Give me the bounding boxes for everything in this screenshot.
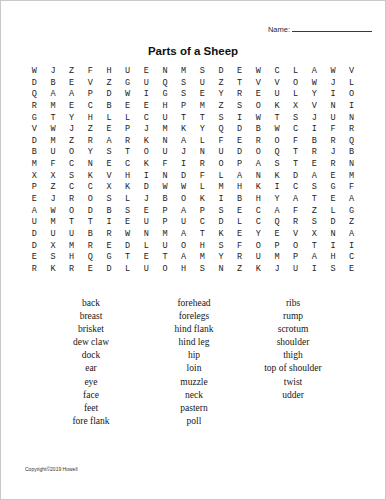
grid-cell: E [137, 101, 156, 113]
grid-cell: S [305, 182, 324, 194]
grid-cell: U [324, 113, 343, 125]
grid-cell: H [230, 182, 249, 194]
grid-cell: P [193, 206, 212, 218]
grid-cell: F [324, 124, 343, 136]
grid-cell: C [286, 182, 305, 194]
grid-cell: F [156, 159, 175, 171]
grid-cell: Z [44, 182, 63, 194]
grid-cell: W [249, 66, 268, 78]
grid-cell: K [81, 171, 100, 183]
grid-cell: A [268, 206, 287, 218]
grid-cell: A [174, 206, 193, 218]
grid-cell: W [118, 89, 137, 101]
grid-cell: X [100, 182, 119, 194]
grid-cell: I [342, 241, 361, 253]
grid-cell: D [286, 171, 305, 183]
grid-cell: D [230, 147, 249, 159]
grid-cell: U [118, 66, 137, 78]
grid-cell: N [81, 159, 100, 171]
grid-cell: I [137, 89, 156, 101]
grid-cell: J [44, 194, 63, 206]
grid-cell: M [62, 241, 81, 253]
grid-cell: F [286, 206, 305, 218]
grid-cell: M [193, 101, 212, 113]
grid-cell: O [137, 147, 156, 159]
grid-cell: J [137, 194, 156, 206]
grid-cell: T [62, 217, 81, 229]
grid-cell: J [44, 66, 63, 78]
grid-cell: D [25, 229, 44, 241]
grid-cell: T [118, 252, 137, 264]
grid-cell: O [249, 101, 268, 113]
grid-cell: R [81, 136, 100, 148]
grid-cell: W [44, 206, 63, 218]
grid-cell: Z [342, 217, 361, 229]
grid-cell: K [118, 182, 137, 194]
grid-cell: T [118, 147, 137, 159]
grid-cell: F [212, 136, 231, 148]
grid-cell: J [324, 78, 343, 90]
grid-cell: T [305, 194, 324, 206]
grid-cell: X [286, 101, 305, 113]
word-item: poll [134, 415, 254, 428]
grid-cell: D [25, 241, 44, 253]
grid-cell: H [324, 252, 343, 264]
grid-cell: K [268, 171, 287, 183]
worksheet-page: Name: Parts of a Sheep WJZFHUENMSDEWCLAW… [0, 0, 386, 500]
grid-cell: O [249, 241, 268, 253]
grid-cell: A [230, 171, 249, 183]
grid-cell: C [268, 66, 287, 78]
word-item: thigh [233, 349, 353, 362]
grid-cell: S [268, 159, 287, 171]
grid-cell: D [81, 206, 100, 218]
grid-cell: L [118, 264, 137, 276]
grid-cell: N [324, 101, 343, 113]
grid-cell: V [342, 66, 361, 78]
word-column-3: ribsrumpscrotumshoulderthightop of shoul… [233, 297, 353, 402]
grid-cell: C [81, 101, 100, 113]
grid-cell: B [81, 229, 100, 241]
grid-cell: C [286, 124, 305, 136]
grid-cell: N [156, 66, 175, 78]
grid-cell: H [193, 241, 212, 253]
grid-cell: E [100, 159, 119, 171]
grid-cell: R [25, 264, 44, 276]
grid-cell: D [324, 217, 343, 229]
grid-cell: E [25, 252, 44, 264]
word-item: pastern [134, 402, 254, 415]
grid-cell: Y [212, 252, 231, 264]
word-item: feet [31, 402, 151, 415]
grid-cell: O [212, 159, 231, 171]
grid-cell: T [44, 113, 63, 125]
grid-cell: T [81, 217, 100, 229]
grid-cell: O [249, 147, 268, 159]
grid-cell: R [118, 136, 137, 148]
grid-cell: N [156, 171, 175, 183]
grid-cell: O [62, 206, 81, 218]
grid-cell: A [305, 66, 324, 78]
grid-cell: J [137, 124, 156, 136]
grid-cell: G [324, 182, 343, 194]
grid-cell: N [342, 113, 361, 125]
grid-cell: J [324, 147, 343, 159]
grid-cell: Z [62, 66, 81, 78]
grid-cell: G [118, 78, 137, 90]
grid-cell: I [342, 101, 361, 113]
grid-cell: L [230, 217, 249, 229]
grid-cell: E [118, 101, 137, 113]
grid-cell: E [81, 264, 100, 276]
grid-cell: Y [193, 124, 212, 136]
grid-cell: E [230, 66, 249, 78]
name-label: Name: [268, 25, 290, 34]
grid-cell: E [193, 89, 212, 101]
grid-cell: Q [268, 217, 287, 229]
grid-cell: T [193, 113, 212, 125]
grid-cell: O [174, 241, 193, 253]
grid-cell: C [193, 217, 212, 229]
grid-cell: W [156, 182, 175, 194]
grid-cell: F [44, 159, 63, 171]
grid-cell: D [25, 136, 44, 148]
grid-cell: F [342, 182, 361, 194]
grid-cell: O [156, 264, 175, 276]
grid-cell: E [25, 194, 44, 206]
grid-cell: P [156, 217, 175, 229]
grid-cell: M [174, 66, 193, 78]
grid-cell: P [25, 182, 44, 194]
grid-cell: K [193, 194, 212, 206]
grid-cell: T [286, 159, 305, 171]
grid-cell: V [268, 78, 287, 90]
grid-cell: L [286, 89, 305, 101]
grid-cell: O [62, 147, 81, 159]
grid-cell: P [174, 101, 193, 113]
grid-cell: S [212, 241, 231, 253]
word-item: ribs [233, 297, 353, 310]
grid-cell: P [230, 159, 249, 171]
grid-cell: P [156, 206, 175, 218]
grid-cell: A [100, 136, 119, 148]
grid-cell: M [156, 124, 175, 136]
grid-cell: I [137, 171, 156, 183]
word-item: breast [31, 310, 151, 323]
grid-cell: N [156, 136, 175, 148]
grid-cell: L [137, 241, 156, 253]
grid-cell: S [174, 89, 193, 101]
grid-cell: U [286, 264, 305, 276]
grid-cell: B [100, 206, 119, 218]
grid-cell: G [342, 206, 361, 218]
grid-cell: B [249, 124, 268, 136]
grid-cell: Y [268, 194, 287, 206]
grid-cell: U [44, 147, 63, 159]
grid-cell: S [44, 252, 63, 264]
word-item: dew claw [31, 336, 151, 349]
grid-cell: X [44, 171, 63, 183]
grid-cell: N [137, 229, 156, 241]
word-item: fore flank [31, 415, 151, 428]
grid-cell: L [118, 113, 137, 125]
grid-cell: N [193, 147, 212, 159]
grid-cell: Q [81, 252, 100, 264]
grid-cell: N [212, 264, 231, 276]
grid-cell: I [305, 124, 324, 136]
grid-cell: C [118, 159, 137, 171]
grid-cell: O [81, 194, 100, 206]
grid-cell: S [193, 264, 212, 276]
grid-cell: U [249, 252, 268, 264]
grid-cell: J [268, 264, 287, 276]
grid-cell: U [44, 229, 63, 241]
grid-cell: A [174, 252, 193, 264]
grid-cell: O [286, 78, 305, 90]
word-item: top of shoulder [233, 362, 353, 375]
grid-cell: K [249, 264, 268, 276]
grid-cell: O [174, 194, 193, 206]
grid-cell: W [118, 229, 137, 241]
grid-cell: R [25, 101, 44, 113]
word-item: brisket [31, 323, 151, 336]
name-field: Name: [268, 24, 372, 34]
grid-cell: C [249, 217, 268, 229]
grid-cell: I [305, 264, 324, 276]
grid-cell: W [25, 66, 44, 78]
grid-cell: T [230, 78, 249, 90]
grid-cell: B [342, 147, 361, 159]
grid-cell: R [324, 159, 343, 171]
grid-cell: F [81, 66, 100, 78]
grid-cell: E [137, 206, 156, 218]
grid-cell: D [137, 182, 156, 194]
grid-cell: H [81, 113, 100, 125]
grid-cell: B [230, 194, 249, 206]
grid-cell: H [174, 264, 193, 276]
grid-cell: N [342, 159, 361, 171]
grid-cell: S [100, 194, 119, 206]
grid-cell: K [268, 101, 287, 113]
word-item: rump [233, 310, 353, 323]
grid-cell: A [305, 252, 324, 264]
word-item: back [31, 297, 151, 310]
grid-cell: E [230, 136, 249, 148]
grid-cell: I [212, 194, 231, 206]
grid-cell: K [212, 229, 231, 241]
grid-cell: J [305, 113, 324, 125]
grid-cell: A [174, 136, 193, 148]
grid-cell: D [100, 89, 119, 101]
grid-cell: H [118, 171, 137, 183]
grid-cell: S [174, 78, 193, 90]
grid-cell: R [324, 136, 343, 148]
grid-cell: E [305, 159, 324, 171]
grid-cell: Q [156, 78, 175, 90]
grid-cell: U [156, 147, 175, 159]
grid-cell: V [305, 101, 324, 113]
grid-cell: E [342, 264, 361, 276]
grid-cell: E [249, 89, 268, 101]
grid-cell: A [44, 89, 63, 101]
grid-cell: X [44, 241, 63, 253]
grid-cell: D [118, 241, 137, 253]
grid-cell: S [212, 206, 231, 218]
word-item: scrotum [233, 323, 353, 336]
grid-cell: T [174, 113, 193, 125]
grid-cell: L [118, 194, 137, 206]
grid-cell: L [193, 136, 212, 148]
grid-cell: O [268, 136, 287, 148]
grid-cell: W [305, 78, 324, 90]
grid-cell: E [230, 206, 249, 218]
grid-cell: C [137, 113, 156, 125]
grid-cell: X [305, 229, 324, 241]
grid-cell: R [342, 124, 361, 136]
grid-cell: G [25, 113, 44, 125]
grid-cell: H [62, 252, 81, 264]
grid-cell: E [230, 229, 249, 241]
grid-cell: I [324, 241, 343, 253]
grid-cell: B [100, 101, 119, 113]
grid-cell: D [212, 66, 231, 78]
copyright-footer: Copyright©2019 Howell [25, 466, 78, 472]
grid-cell: A [249, 159, 268, 171]
grid-cell: B [25, 147, 44, 159]
grid-cell: M [156, 229, 175, 241]
grid-cell: H [249, 194, 268, 206]
grid-cell: J [174, 147, 193, 159]
word-item: udder [233, 389, 353, 402]
grid-cell: S [230, 101, 249, 113]
grid-cell: T [193, 229, 212, 241]
grid-cell: N [249, 171, 268, 183]
grid-cell: E [62, 101, 81, 113]
name-blank-line [292, 24, 372, 32]
grid-cell: V [286, 229, 305, 241]
grid-cell: Q [268, 147, 287, 159]
grid-cell: F [286, 136, 305, 148]
grid-cell: Z [100, 78, 119, 90]
word-item: twist [233, 376, 353, 389]
grid-cell: Z [305, 206, 324, 218]
grid-cell: C [62, 159, 81, 171]
grid-cell: B [156, 194, 175, 206]
page-title: Parts of a Sheep [1, 45, 385, 57]
grid-cell: W [249, 113, 268, 125]
grid-cell: S [193, 66, 212, 78]
grid-cell: P [81, 89, 100, 101]
grid-cell: B [44, 78, 63, 90]
grid-cell: I [324, 89, 343, 101]
grid-cell: Z [81, 124, 100, 136]
grid-cell: L [212, 171, 231, 183]
word-item: ear [31, 362, 151, 375]
grid-cell: H [100, 66, 119, 78]
grid-cell: U [62, 229, 81, 241]
grid-cell: B [305, 136, 324, 148]
grid-cell: U [137, 78, 156, 90]
grid-cell: R [230, 252, 249, 264]
grid-cell: R [286, 217, 305, 229]
grid-cell: R [305, 147, 324, 159]
grid-cell: A [25, 206, 44, 218]
grid-cell: T [156, 252, 175, 264]
grid-cell: S [212, 113, 231, 125]
grid-cell: M [268, 252, 287, 264]
grid-cell: E [268, 229, 287, 241]
grid-cell: E [324, 171, 343, 183]
grid-cell: C [249, 206, 268, 218]
grid-cell: S [62, 171, 81, 183]
grid-cell: M [193, 252, 212, 264]
grid-cell: K [44, 264, 63, 276]
grid-cell: V [25, 124, 44, 136]
grid-cell: Y [81, 147, 100, 159]
grid-cell: F [230, 241, 249, 253]
word-search-grid: WJZFHUENMSDEWCLAWVDBEVZGUQSUZTVVOWJLQAAP… [25, 66, 361, 276]
grid-cell: I [100, 217, 119, 229]
grid-cell: H [156, 101, 175, 113]
grid-cell: W [174, 182, 193, 194]
grid-cell: S [100, 147, 119, 159]
grid-cell: O [342, 89, 361, 101]
grid-cell: A [174, 229, 193, 241]
grid-cell: E [62, 78, 81, 90]
grid-cell: A [286, 194, 305, 206]
grid-cell: Q [25, 89, 44, 101]
grid-cell: D [25, 78, 44, 90]
grid-cell: D [212, 217, 231, 229]
grid-cell: Z [62, 136, 81, 148]
grid-cell: F [193, 171, 212, 183]
grid-cell: M [44, 101, 63, 113]
grid-cell: R [81, 241, 100, 253]
grid-cell: G [100, 252, 119, 264]
grid-cell: Y [305, 89, 324, 101]
grid-cell: D [100, 264, 119, 276]
grid-cell: D [174, 171, 193, 183]
grid-cell: U [193, 78, 212, 90]
word-bank: backbreastbrisketdew clawdockeareyefacef… [1, 297, 386, 427]
grid-cell: A [305, 171, 324, 183]
grid-cell: U [174, 217, 193, 229]
grid-cell: U [156, 113, 175, 125]
grid-cell: V [100, 171, 119, 183]
grid-cell: Y [62, 113, 81, 125]
grid-cell: A [342, 229, 361, 241]
grid-cell: R [193, 159, 212, 171]
grid-cell: M [25, 159, 44, 171]
word-item: shoulder [233, 336, 353, 349]
grid-cell: U [268, 89, 287, 101]
grid-cell: E [118, 217, 137, 229]
grid-cell: V [249, 78, 268, 90]
grid-cell: G [156, 89, 175, 101]
grid-cell: J [62, 124, 81, 136]
word-item: face [31, 389, 151, 402]
grid-cell: O [286, 241, 305, 253]
grid-cell: S [324, 264, 343, 276]
grid-cell: W [268, 124, 287, 136]
grid-cell: K [174, 124, 193, 136]
grid-cell: L [193, 182, 212, 194]
grid-cell: T [305, 241, 324, 253]
grid-cell: T [268, 113, 287, 125]
grid-cell: U [212, 147, 231, 159]
grid-cell: S [305, 217, 324, 229]
grid-cell: U [137, 264, 156, 276]
